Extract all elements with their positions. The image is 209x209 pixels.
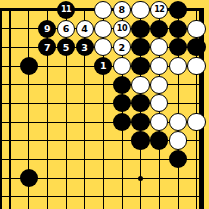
white-stone-move-6[interactable]: 6 — [57, 20, 75, 38]
white-stone[interactable] — [94, 20, 112, 38]
white-stone[interactable] — [150, 94, 168, 112]
black-stone[interactable] — [131, 113, 149, 131]
black-stone[interactable] — [131, 131, 149, 149]
move-number: 2 — [119, 43, 126, 53]
white-stone[interactable] — [187, 57, 205, 75]
black-stone-move-9[interactable]: 9 — [38, 20, 56, 38]
move-number: 9 — [44, 24, 51, 34]
move-number: 12 — [154, 6, 164, 14]
black-stone-move-1[interactable]: 1 — [94, 57, 112, 75]
black-stone[interactable] — [113, 94, 131, 112]
black-stone[interactable] — [187, 38, 205, 56]
black-stone-move-11[interactable]: 11 — [57, 1, 75, 19]
white-stone[interactable] — [187, 113, 205, 131]
white-stone-move-4[interactable]: 4 — [76, 20, 94, 38]
move-number: 6 — [63, 24, 70, 34]
black-stone[interactable] — [150, 20, 168, 38]
white-stone[interactable] — [169, 131, 187, 149]
stones-layer: 118129641075321 — [1, 1, 206, 206]
white-stone[interactable] — [150, 76, 168, 94]
white-stone[interactable] — [131, 76, 149, 94]
white-stone[interactable] — [150, 57, 168, 75]
black-stone-move-7[interactable]: 7 — [38, 38, 56, 56]
white-stone-move-2[interactable]: 2 — [113, 38, 131, 56]
white-stone-move-12[interactable]: 12 — [150, 1, 168, 19]
move-number: 10 — [117, 25, 127, 33]
white-stone[interactable] — [150, 113, 168, 131]
black-stone[interactable] — [131, 38, 149, 56]
white-stone[interactable] — [169, 113, 187, 131]
black-stone[interactable] — [169, 1, 187, 19]
move-number: 5 — [63, 43, 70, 53]
white-stone[interactable] — [187, 20, 205, 38]
black-stone[interactable] — [131, 20, 149, 38]
white-stone-move-10[interactable]: 10 — [113, 20, 131, 38]
black-stone[interactable] — [169, 150, 187, 168]
white-stone-move-8[interactable]: 8 — [113, 1, 131, 19]
black-stone[interactable] — [150, 131, 168, 149]
move-number: 8 — [119, 5, 126, 15]
black-stone[interactable] — [169, 20, 187, 38]
black-stone[interactable] — [131, 94, 149, 112]
move-number: 7 — [44, 43, 51, 53]
black-stone[interactable] — [113, 113, 131, 131]
black-stone-move-3[interactable]: 3 — [76, 38, 94, 56]
black-stone[interactable] — [20, 169, 38, 187]
white-stone[interactable] — [94, 38, 112, 56]
white-stone[interactable] — [150, 38, 168, 56]
black-stone[interactable] — [20, 57, 38, 75]
move-number: 11 — [61, 6, 71, 14]
white-stone[interactable] — [113, 57, 131, 75]
white-stone[interactable] — [131, 1, 149, 19]
white-stone[interactable] — [94, 1, 112, 19]
move-number: 1 — [100, 61, 107, 71]
black-stone[interactable] — [113, 76, 131, 94]
go-board[interactable]: 118129641075321 — [0, 0, 209, 209]
white-stone[interactable] — [169, 57, 187, 75]
black-stone[interactable] — [131, 57, 149, 75]
black-stone[interactable] — [169, 38, 187, 56]
move-number: 3 — [81, 43, 88, 53]
move-number: 4 — [81, 24, 88, 34]
black-stone-move-5[interactable]: 5 — [57, 38, 75, 56]
